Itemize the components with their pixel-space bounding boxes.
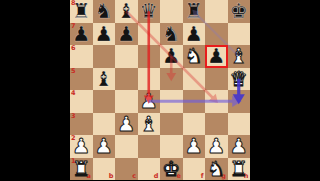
- square-g3[interactable]: [205, 113, 228, 136]
- square-b2[interactable]: ♟: [93, 135, 116, 158]
- square-d1[interactable]: d: [138, 158, 161, 181]
- square-c4[interactable]: [115, 90, 138, 113]
- square-d6[interactable]: [138, 45, 161, 68]
- square-c8[interactable]: ♝: [115, 0, 138, 23]
- piece-black-pawn: ♟: [93, 23, 116, 46]
- square-g8[interactable]: [205, 0, 228, 23]
- square-h6[interactable]: ♝: [228, 45, 251, 68]
- square-c2[interactable]: [115, 135, 138, 158]
- piece-black-pawn: ♟: [183, 23, 206, 46]
- square-d7[interactable]: [138, 23, 161, 46]
- square-e5[interactable]: [160, 68, 183, 91]
- piece-white-pawn: ♟: [93, 135, 116, 158]
- square-a6[interactable]: 6: [70, 45, 93, 68]
- square-a4[interactable]: 4: [70, 90, 93, 113]
- piece-white-pawn: ♟: [228, 135, 251, 158]
- square-c5[interactable]: [115, 68, 138, 91]
- square-d3[interactable]: ♝: [138, 113, 161, 136]
- square-b7[interactable]: ♟: [93, 23, 116, 46]
- square-e4[interactable]: [160, 90, 183, 113]
- square-a1[interactable]: 1a♜: [70, 158, 93, 181]
- square-d5[interactable]: [138, 68, 161, 91]
- rank-label-5: 5: [71, 68, 76, 75]
- square-g4[interactable]: [205, 90, 228, 113]
- square-h4[interactable]: [228, 90, 251, 113]
- file-label-d: d: [154, 173, 159, 180]
- piece-black-knight: ♞: [160, 23, 183, 46]
- square-e7[interactable]: ♞: [160, 23, 183, 46]
- square-b8[interactable]: ♞: [93, 0, 116, 23]
- piece-white-pawn: ♟: [205, 135, 228, 158]
- piece-black-knight: ♞: [93, 0, 116, 23]
- square-f3[interactable]: [183, 113, 206, 136]
- square-h8[interactable]: ♚: [228, 0, 251, 23]
- video-frame: 8♜♞♝♛♜♚7♟♟♟♞♟6♟♞♟♝5♝♛4♟3♟♝2♟♟♟♟♟1a♜bcde♚…: [0, 0, 320, 180]
- piece-white-pawn: ♟: [70, 135, 93, 158]
- piece-white-rook: ♜: [70, 158, 93, 181]
- piece-black-pawn: ♟: [70, 23, 93, 46]
- file-label-f: f: [201, 173, 204, 180]
- rank-label-3: 3: [71, 113, 76, 120]
- piece-white-rook: ♜: [228, 158, 251, 181]
- square-c7[interactable]: ♟: [115, 23, 138, 46]
- square-e8[interactable]: [160, 0, 183, 23]
- square-a5[interactable]: 5: [70, 68, 93, 91]
- piece-black-bishop: ♝: [93, 68, 116, 91]
- square-f2[interactable]: ♟: [183, 135, 206, 158]
- file-label-c: c: [132, 173, 136, 180]
- piece-black-queen: ♛: [138, 0, 161, 23]
- piece-white-knight: ♞: [183, 45, 206, 68]
- square-b3[interactable]: [93, 113, 116, 136]
- square-f8[interactable]: ♜: [183, 0, 206, 23]
- square-a8[interactable]: 8♜: [70, 0, 93, 23]
- square-g5[interactable]: [205, 68, 228, 91]
- piece-black-king: ♚: [228, 0, 251, 23]
- square-f6[interactable]: ♞: [183, 45, 206, 68]
- piece-black-pawn: ♟: [115, 23, 138, 46]
- square-f5[interactable]: [183, 68, 206, 91]
- piece-white-bishop: ♝: [138, 113, 161, 136]
- rank-label-6: 6: [71, 45, 76, 52]
- square-b5[interactable]: ♝: [93, 68, 116, 91]
- square-h1[interactable]: h♜: [228, 158, 251, 181]
- square-b6[interactable]: [93, 45, 116, 68]
- square-a3[interactable]: 3: [70, 113, 93, 136]
- square-g2[interactable]: ♟: [205, 135, 228, 158]
- square-f1[interactable]: f: [183, 158, 206, 181]
- square-g7[interactable]: [205, 23, 228, 46]
- square-h2[interactable]: ♟: [228, 135, 251, 158]
- square-e2[interactable]: [160, 135, 183, 158]
- square-b4[interactable]: [93, 90, 116, 113]
- piece-white-pawn: ♟: [138, 90, 161, 113]
- piece-white-knight: ♞: [205, 158, 228, 181]
- piece-black-rook: ♜: [183, 0, 206, 23]
- square-g6[interactable]: ♟: [205, 45, 228, 68]
- piece-black-pawn: ♟: [205, 45, 228, 68]
- piece-white-queen: ♛: [228, 68, 251, 91]
- square-a2[interactable]: 2♟: [70, 135, 93, 158]
- square-e3[interactable]: [160, 113, 183, 136]
- piece-black-pawn: ♟: [160, 45, 183, 68]
- square-e1[interactable]: e♚: [160, 158, 183, 181]
- square-f7[interactable]: ♟: [183, 23, 206, 46]
- square-b1[interactable]: b: [93, 158, 116, 181]
- piece-white-pawn: ♟: [115, 113, 138, 136]
- piece-white-bishop: ♝: [228, 45, 251, 68]
- piece-black-rook: ♜: [70, 0, 93, 23]
- piece-black-bishop: ♝: [115, 0, 138, 23]
- rank-label-4: 4: [71, 90, 76, 97]
- letterbox-right: [250, 0, 320, 180]
- chess-board: 8♜♞♝♛♜♚7♟♟♟♞♟6♟♞♟♝5♝♛4♟3♟♝2♟♟♟♟♟1a♜bcde♚…: [70, 0, 250, 180]
- square-f4[interactable]: [183, 90, 206, 113]
- square-d8[interactable]: ♛: [138, 0, 161, 23]
- square-d2[interactable]: [138, 135, 161, 158]
- square-h5[interactable]: ♛: [228, 68, 251, 91]
- square-a7[interactable]: 7♟: [70, 23, 93, 46]
- letterbox-left: [0, 0, 70, 180]
- square-g1[interactable]: g♞: [205, 158, 228, 181]
- square-h3[interactable]: [228, 113, 251, 136]
- square-c1[interactable]: c: [115, 158, 138, 181]
- square-d4[interactable]: ♟: [138, 90, 161, 113]
- file-label-b: b: [109, 173, 114, 180]
- square-h7[interactable]: [228, 23, 251, 46]
- piece-white-king: ♚: [160, 158, 183, 181]
- piece-white-pawn: ♟: [183, 135, 206, 158]
- square-c3[interactable]: ♟: [115, 113, 138, 136]
- square-e6[interactable]: ♟: [160, 45, 183, 68]
- square-c6[interactable]: [115, 45, 138, 68]
